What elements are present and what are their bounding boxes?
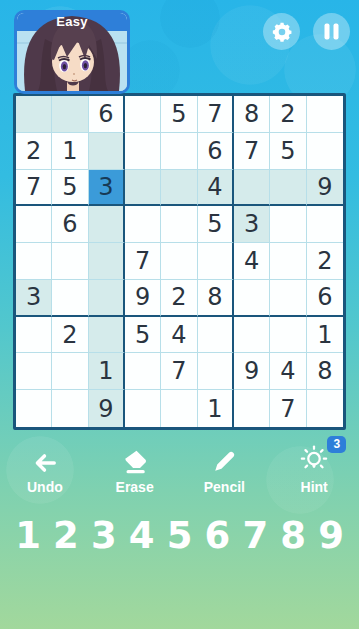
cell-r3c8[interactable] — [270, 170, 306, 207]
cell-r1c7[interactable]: 8 — [234, 96, 270, 133]
cell-r6c3[interactable] — [89, 280, 125, 317]
cell-r7c7[interactable] — [234, 317, 270, 354]
cell-r9c4[interactable] — [125, 390, 161, 427]
cell-r9c1[interactable] — [16, 390, 52, 427]
cell-r5c3[interactable] — [89, 243, 125, 280]
cell-r1c6[interactable]: 7 — [198, 96, 234, 133]
hint-button[interactable]: Hint3 — [278, 444, 350, 495]
cell-r9c7[interactable] — [234, 390, 270, 427]
number-pad: 123456789 — [0, 508, 359, 564]
cell-r3c9[interactable]: 9 — [307, 170, 343, 207]
cell-r5c8[interactable] — [270, 243, 306, 280]
cell-r2c4[interactable] — [125, 133, 161, 170]
cell-r7c6[interactable] — [198, 317, 234, 354]
player-avatar-card[interactable]: Easy — [14, 10, 130, 94]
pause-button[interactable] — [313, 13, 350, 50]
numpad-key-6[interactable]: 6 — [200, 508, 234, 564]
pencil-label: Pencil — [204, 479, 245, 495]
cell-r4c2[interactable]: 6 — [52, 206, 88, 243]
settings-button[interactable] — [263, 13, 300, 50]
cell-r4c4[interactable] — [125, 206, 161, 243]
numpad-key-4[interactable]: 4 — [125, 508, 159, 564]
cell-r8c3[interactable]: 1 — [89, 353, 125, 390]
cell-r3c6[interactable]: 4 — [198, 170, 234, 207]
cell-r8c8[interactable]: 4 — [270, 353, 306, 390]
cell-r5c1[interactable] — [16, 243, 52, 280]
cell-r4c5[interactable] — [161, 206, 197, 243]
cell-r7c2[interactable]: 2 — [52, 317, 88, 354]
numpad-key-3[interactable]: 3 — [87, 508, 121, 564]
cell-r3c4[interactable] — [125, 170, 161, 207]
cell-r8c6[interactable] — [198, 353, 234, 390]
cell-r6c2[interactable] — [52, 280, 88, 317]
numpad-key-8[interactable]: 8 — [276, 508, 310, 564]
cell-r1c3[interactable]: 6 — [89, 96, 125, 133]
cell-r2c1[interactable]: 2 — [16, 133, 52, 170]
cell-r2c9[interactable] — [307, 133, 343, 170]
cell-r2c3[interactable] — [89, 133, 125, 170]
cell-r9c8[interactable]: 7 — [270, 390, 306, 427]
pencil-icon — [210, 444, 238, 476]
erase-button[interactable]: Erase — [99, 444, 171, 495]
erase-label: Erase — [116, 479, 154, 495]
cell-r7c1[interactable] — [16, 317, 52, 354]
hint-count-badge: 3 — [327, 436, 346, 453]
undo-label: Undo — [27, 479, 63, 495]
cell-r8c4[interactable] — [125, 353, 161, 390]
cell-r6c4[interactable]: 9 — [125, 280, 161, 317]
gear-icon — [271, 21, 293, 43]
undo-icon — [30, 444, 60, 476]
numpad-key-1[interactable]: 1 — [11, 508, 45, 564]
cell-r9c5[interactable] — [161, 390, 197, 427]
cell-r3c7[interactable] — [234, 170, 270, 207]
cell-r3c3[interactable]: 3 — [89, 170, 125, 207]
cell-r2c5[interactable] — [161, 133, 197, 170]
cell-r1c1[interactable] — [16, 96, 52, 133]
cell-r6c5[interactable]: 2 — [161, 280, 197, 317]
cell-r7c4[interactable]: 5 — [125, 317, 161, 354]
cell-r9c2[interactable] — [52, 390, 88, 427]
toolbar: UndoErasePencilHint3 — [0, 444, 359, 495]
cell-r4c7[interactable]: 3 — [234, 206, 270, 243]
eraser-icon — [119, 444, 151, 476]
cell-r3c1[interactable]: 7 — [16, 170, 52, 207]
cell-r2c8[interactable]: 5 — [270, 133, 306, 170]
cell-r4c3[interactable] — [89, 206, 125, 243]
cell-r6c7[interactable] — [234, 280, 270, 317]
cell-r2c7[interactable]: 7 — [234, 133, 270, 170]
cell-r5c5[interactable] — [161, 243, 197, 280]
cell-r5c9[interactable]: 2 — [307, 243, 343, 280]
cell-r3c5[interactable] — [161, 170, 197, 207]
cell-r6c6[interactable]: 8 — [198, 280, 234, 317]
cell-r6c8[interactable] — [270, 280, 306, 317]
hint-bulb-icon — [298, 444, 330, 476]
cell-r7c5[interactable]: 4 — [161, 317, 197, 354]
cell-r1c8[interactable]: 2 — [270, 96, 306, 133]
cell-r7c8[interactable] — [270, 317, 306, 354]
cell-r6c1[interactable]: 3 — [16, 280, 52, 317]
cell-r1c5[interactable]: 5 — [161, 96, 197, 133]
cell-r7c9[interactable]: 1 — [307, 317, 343, 354]
undo-button[interactable]: Undo — [9, 444, 81, 495]
cell-r8c1[interactable] — [16, 353, 52, 390]
cell-r9c6[interactable]: 1 — [198, 390, 234, 427]
cell-r8c9[interactable]: 8 — [307, 353, 343, 390]
cell-r8c2[interactable] — [52, 353, 88, 390]
numpad-key-2[interactable]: 2 — [49, 508, 83, 564]
cell-r7c3[interactable] — [89, 317, 125, 354]
cell-r9c9[interactable] — [307, 390, 343, 427]
sudoku-board: 65782216757534965374239286254117948917 — [13, 93, 346, 430]
hint-label: Hint — [301, 479, 328, 495]
cell-r4c1[interactable] — [16, 206, 52, 243]
cell-r4c9[interactable] — [307, 206, 343, 243]
pause-icon — [324, 23, 339, 40]
cell-r8c5[interactable]: 7 — [161, 353, 197, 390]
cell-r5c7[interactable]: 4 — [234, 243, 270, 280]
cell-r1c2[interactable] — [52, 96, 88, 133]
numpad-key-7[interactable]: 7 — [238, 508, 272, 564]
difficulty-label: Easy — [17, 14, 127, 29]
cell-r6c9[interactable]: 6 — [307, 280, 343, 317]
cell-r8c7[interactable]: 9 — [234, 353, 270, 390]
cell-r9c3[interactable]: 9 — [89, 390, 125, 427]
numpad-key-5[interactable]: 5 — [163, 508, 197, 564]
cell-r1c9[interactable] — [307, 96, 343, 133]
cell-r4c8[interactable] — [270, 206, 306, 243]
cell-r2c2[interactable]: 1 — [52, 133, 88, 170]
cell-r5c6[interactable] — [198, 243, 234, 280]
cell-r2c6[interactable]: 6 — [198, 133, 234, 170]
numpad-key-9[interactable]: 9 — [314, 508, 348, 564]
cell-r3c2[interactable]: 5 — [52, 170, 88, 207]
cell-r5c2[interactable] — [52, 243, 88, 280]
pencil-button[interactable]: Pencil — [188, 444, 260, 495]
cell-r5c4[interactable]: 7 — [125, 243, 161, 280]
cell-r1c4[interactable] — [125, 96, 161, 133]
cell-r4c6[interactable]: 5 — [198, 206, 234, 243]
